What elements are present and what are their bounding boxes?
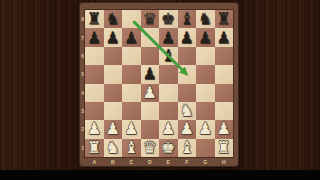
square-e6[interactable]: ♝ bbox=[159, 47, 178, 65]
square-a5[interactable] bbox=[85, 65, 104, 83]
file-label-c: C bbox=[129, 159, 133, 164]
square-e3[interactable] bbox=[159, 102, 178, 120]
file-label-h: H bbox=[222, 159, 226, 164]
square-h4[interactable] bbox=[215, 84, 234, 102]
square-g2[interactable]: ♟ bbox=[196, 120, 215, 138]
square-g1[interactable] bbox=[196, 139, 215, 157]
file-label-f: F bbox=[185, 159, 188, 164]
square-b5[interactable] bbox=[104, 65, 123, 83]
square-c3[interactable] bbox=[122, 102, 141, 120]
square-h7[interactable]: ♟ bbox=[215, 28, 234, 46]
square-d4[interactable]: ♟ bbox=[141, 84, 160, 102]
rank-labels: 87654321 bbox=[80, 10, 85, 157]
square-c5[interactable] bbox=[122, 65, 141, 83]
square-h2[interactable]: ♟ bbox=[215, 120, 234, 138]
piece-black-pawn[interactable]: ♟ bbox=[180, 29, 194, 47]
square-c4[interactable] bbox=[122, 84, 141, 102]
piece-black-knight[interactable]: ♞ bbox=[106, 10, 120, 28]
square-f6[interactable] bbox=[178, 47, 197, 65]
rank-label-4: 4 bbox=[81, 90, 84, 95]
piece-black-pawn[interactable]: ♟ bbox=[106, 29, 120, 47]
square-e5[interactable] bbox=[159, 65, 178, 83]
piece-white-queen[interactable]: ♛ bbox=[143, 139, 157, 157]
rank-label-5: 5 bbox=[81, 72, 84, 77]
piece-white-pawn[interactable]: ♟ bbox=[198, 120, 212, 138]
square-c7[interactable]: ♟ bbox=[122, 28, 141, 46]
file-label-a: A bbox=[92, 159, 96, 164]
square-f8[interactable]: ♝ bbox=[178, 10, 197, 28]
square-c1[interactable]: ♝ bbox=[122, 139, 141, 157]
piece-black-pawn[interactable]: ♟ bbox=[161, 29, 175, 47]
square-f5[interactable] bbox=[178, 65, 197, 83]
piece-white-pawn[interactable]: ♟ bbox=[161, 120, 175, 138]
bottom-letterbox-bar bbox=[0, 170, 320, 180]
piece-black-knight[interactable]: ♞ bbox=[198, 10, 212, 28]
square-e7[interactable]: ♟ bbox=[159, 28, 178, 46]
square-b4[interactable] bbox=[104, 84, 123, 102]
square-f7[interactable]: ♟ bbox=[178, 28, 197, 46]
square-e2[interactable]: ♟ bbox=[159, 120, 178, 138]
file-label-b: B bbox=[111, 159, 115, 164]
chess-board-frame: ♜♞♛♚♝♞♜♟♟♟♟♟♟♟♝♟♟♞♟♟♟♟♟♟♟♜♞♝♛♚♝♜ 8765432… bbox=[80, 3, 238, 166]
square-c6[interactable] bbox=[122, 47, 141, 65]
square-h5[interactable] bbox=[215, 65, 234, 83]
square-g5[interactable] bbox=[196, 65, 215, 83]
square-e8[interactable]: ♚ bbox=[159, 10, 178, 28]
piece-white-bishop[interactable]: ♝ bbox=[180, 139, 194, 157]
file-label-g: G bbox=[203, 159, 207, 164]
video-frame: ♜♞♛♚♝♞♜♟♟♟♟♟♟♟♝♟♟♞♟♟♟♟♟♟♟♜♞♝♛♚♝♜ 8765432… bbox=[0, 0, 320, 180]
rank-label-1: 1 bbox=[81, 145, 84, 150]
square-f4[interactable] bbox=[178, 84, 197, 102]
square-e1[interactable]: ♚ bbox=[159, 139, 178, 157]
square-d8[interactable]: ♛ bbox=[141, 10, 160, 28]
square-a8[interactable]: ♜ bbox=[85, 10, 104, 28]
piece-white-pawn[interactable]: ♟ bbox=[180, 120, 194, 138]
square-g3[interactable] bbox=[196, 102, 215, 120]
square-a3[interactable] bbox=[85, 102, 104, 120]
piece-black-pawn[interactable]: ♟ bbox=[217, 29, 231, 47]
square-a7[interactable]: ♟ bbox=[85, 28, 104, 46]
square-d6[interactable] bbox=[141, 47, 160, 65]
rank-label-2: 2 bbox=[81, 127, 84, 132]
piece-white-rook[interactable]: ♜ bbox=[217, 139, 231, 157]
piece-white-pawn[interactable]: ♟ bbox=[143, 84, 157, 102]
square-b8[interactable]: ♞ bbox=[104, 10, 123, 28]
file-label-e: E bbox=[167, 159, 170, 164]
square-a4[interactable] bbox=[85, 84, 104, 102]
square-h8[interactable]: ♜ bbox=[215, 10, 234, 28]
square-b3[interactable] bbox=[104, 102, 123, 120]
square-b1[interactable]: ♞ bbox=[104, 139, 123, 157]
square-b2[interactable]: ♟ bbox=[104, 120, 123, 138]
piece-black-king[interactable]: ♚ bbox=[161, 10, 175, 28]
square-c2[interactable]: ♟ bbox=[122, 120, 141, 138]
square-h1[interactable]: ♜ bbox=[215, 139, 234, 157]
square-f3[interactable]: ♞ bbox=[178, 102, 197, 120]
piece-white-knight[interactable]: ♞ bbox=[106, 139, 120, 157]
piece-black-bishop[interactable]: ♝ bbox=[180, 10, 194, 28]
piece-black-pawn[interactable]: ♟ bbox=[198, 29, 212, 47]
rank-label-3: 3 bbox=[81, 109, 84, 114]
square-a6[interactable] bbox=[85, 47, 104, 65]
square-g6[interactable] bbox=[196, 47, 215, 65]
piece-black-rook[interactable]: ♜ bbox=[87, 10, 101, 28]
chess-board: ♜♞♛♚♝♞♜♟♟♟♟♟♟♟♝♟♟♞♟♟♟♟♟♟♟♜♞♝♛♚♝♜ bbox=[85, 10, 233, 157]
square-b6[interactable] bbox=[104, 47, 123, 65]
square-d7[interactable] bbox=[141, 28, 160, 46]
piece-white-pawn[interactable]: ♟ bbox=[87, 120, 101, 138]
rank-label-8: 8 bbox=[81, 17, 84, 22]
file-label-d: D bbox=[148, 159, 152, 164]
square-f1[interactable]: ♝ bbox=[178, 139, 197, 157]
piece-black-bishop[interactable]: ♝ bbox=[161, 47, 175, 65]
piece-white-pawn[interactable]: ♟ bbox=[106, 120, 120, 138]
piece-black-pawn[interactable]: ♟ bbox=[143, 65, 157, 83]
square-a2[interactable]: ♟ bbox=[85, 120, 104, 138]
square-d5[interactable]: ♟ bbox=[141, 65, 160, 83]
piece-white-pawn[interactable]: ♟ bbox=[217, 120, 231, 138]
piece-black-pawn[interactable]: ♟ bbox=[124, 29, 138, 47]
square-f2[interactable]: ♟ bbox=[178, 120, 197, 138]
piece-white-knight[interactable]: ♞ bbox=[180, 102, 194, 120]
rank-label-6: 6 bbox=[81, 53, 84, 58]
square-d1[interactable]: ♛ bbox=[141, 139, 160, 157]
square-h3[interactable] bbox=[215, 102, 234, 120]
piece-white-bishop[interactable]: ♝ bbox=[124, 139, 138, 157]
piece-white-rook[interactable]: ♜ bbox=[87, 139, 101, 157]
square-g4[interactable] bbox=[196, 84, 215, 102]
piece-white-king[interactable]: ♚ bbox=[161, 139, 175, 157]
piece-white-pawn[interactable]: ♟ bbox=[124, 120, 138, 138]
rank-label-7: 7 bbox=[81, 35, 84, 40]
piece-black-rook[interactable]: ♜ bbox=[217, 10, 231, 28]
file-labels: ABCDEFGH bbox=[85, 157, 233, 166]
square-e4[interactable] bbox=[159, 84, 178, 102]
square-c8[interactable] bbox=[122, 10, 141, 28]
square-d2[interactable] bbox=[141, 120, 160, 138]
piece-black-pawn[interactable]: ♟ bbox=[87, 29, 101, 47]
square-a1[interactable]: ♜ bbox=[85, 139, 104, 157]
square-b7[interactable]: ♟ bbox=[104, 28, 123, 46]
square-g8[interactable]: ♞ bbox=[196, 10, 215, 28]
square-g7[interactable]: ♟ bbox=[196, 28, 215, 46]
square-h6[interactable] bbox=[215, 47, 234, 65]
piece-black-queen[interactable]: ♛ bbox=[143, 10, 157, 28]
square-d3[interactable] bbox=[141, 102, 160, 120]
